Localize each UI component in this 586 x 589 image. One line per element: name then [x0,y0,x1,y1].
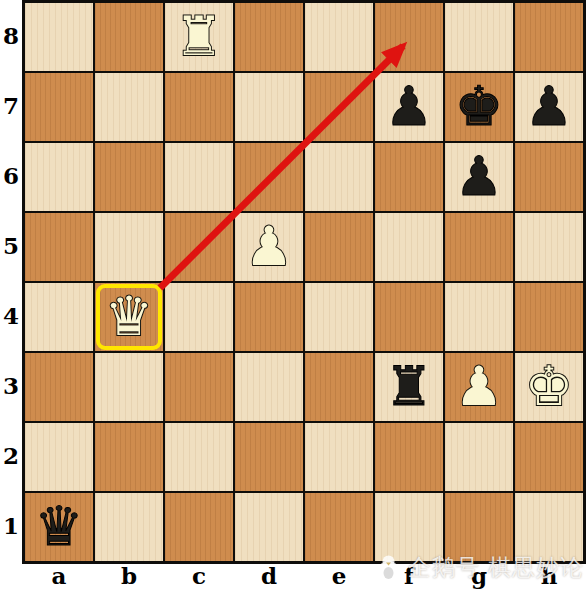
black-queen-a1: ♛ [35,493,83,561]
white-queen-b4: ♛ [105,283,153,351]
square-e3 [305,353,373,421]
square-g3: ♟ [445,353,513,421]
square-f3: ♜ [375,353,443,421]
square-h5 [515,213,583,281]
chess-diagram: ♜♟♚♟♟♟♛♜♟♚♛ 87654321 abcdefgh 企鹅号 棋思妙论 [0,0,586,589]
square-a2 [25,423,93,491]
rank-label-1: 1 [0,512,22,539]
file-label-d: d [234,562,304,589]
rank-label-6: 6 [0,162,22,189]
square-c6 [165,143,233,211]
file-label-h: h [514,562,584,589]
file-label-e: e [304,562,374,589]
square-a5 [25,213,93,281]
file-labels: abcdefgh [22,562,586,589]
square-d5: ♟ [235,213,303,281]
square-d6 [235,143,303,211]
file-label-c: c [164,562,234,589]
square-c3 [165,353,233,421]
rank-labels: 87654321 [0,0,22,564]
square-c8: ♜ [165,3,233,71]
square-g1 [445,493,513,561]
square-b6 [95,143,163,211]
square-h7: ♟ [515,73,583,141]
white-pawn-g3: ♟ [455,353,503,421]
square-d1 [235,493,303,561]
square-e1 [305,493,373,561]
square-e8 [305,3,373,71]
file-label-g: g [444,562,514,589]
white-rook-c8: ♜ [175,3,223,71]
square-d4 [235,283,303,351]
rank-label-7: 7 [0,92,22,119]
square-d7 [235,73,303,141]
rank-label-2: 2 [0,442,22,469]
square-c4 [165,283,233,351]
square-a1: ♛ [25,493,93,561]
square-e5 [305,213,373,281]
square-h4 [515,283,583,351]
file-label-b: b [94,562,164,589]
white-pawn-d5: ♟ [245,213,293,281]
square-h6 [515,143,583,211]
black-king-g7: ♚ [455,73,503,141]
square-f4 [375,283,443,351]
rank-label-3: 3 [0,372,22,399]
black-pawn-g6: ♟ [455,143,503,211]
square-c5 [165,213,233,281]
square-h3: ♚ [515,353,583,421]
rank-label-8: 8 [0,22,22,49]
square-d3 [235,353,303,421]
file-label-a: a [24,562,94,589]
square-a3 [25,353,93,421]
square-f8 [375,3,443,71]
square-g5 [445,213,513,281]
square-c7 [165,73,233,141]
square-h1 [515,493,583,561]
square-a4 [25,283,93,351]
square-g4 [445,283,513,351]
square-g2 [445,423,513,491]
square-a6 [25,143,93,211]
square-b7 [95,73,163,141]
square-b1 [95,493,163,561]
square-b4: ♛ [95,283,163,351]
square-h8 [515,3,583,71]
square-b8 [95,3,163,71]
square-f2 [375,423,443,491]
white-king-h3: ♚ [525,353,573,421]
square-b5 [95,213,163,281]
black-pawn-h7: ♟ [525,73,573,141]
square-f5 [375,213,443,281]
square-g6: ♟ [445,143,513,211]
square-d2 [235,423,303,491]
chess-board: ♜♟♚♟♟♟♛♜♟♚♛ [22,0,586,564]
square-f1 [375,493,443,561]
file-label-f: f [374,562,444,589]
square-b2 [95,423,163,491]
square-e7 [305,73,373,141]
square-f7: ♟ [375,73,443,141]
square-g7: ♚ [445,73,513,141]
square-c1 [165,493,233,561]
black-pawn-f7: ♟ [385,73,433,141]
rank-label-5: 5 [0,232,22,259]
square-a8 [25,3,93,71]
square-e2 [305,423,373,491]
square-b3 [95,353,163,421]
square-e6 [305,143,373,211]
square-h2 [515,423,583,491]
square-d8 [235,3,303,71]
square-g8 [445,3,513,71]
square-f6 [375,143,443,211]
square-a7 [25,73,93,141]
black-rook-f3: ♜ [385,353,433,421]
square-e4 [305,283,373,351]
square-c2 [165,423,233,491]
rank-label-4: 4 [0,302,22,329]
